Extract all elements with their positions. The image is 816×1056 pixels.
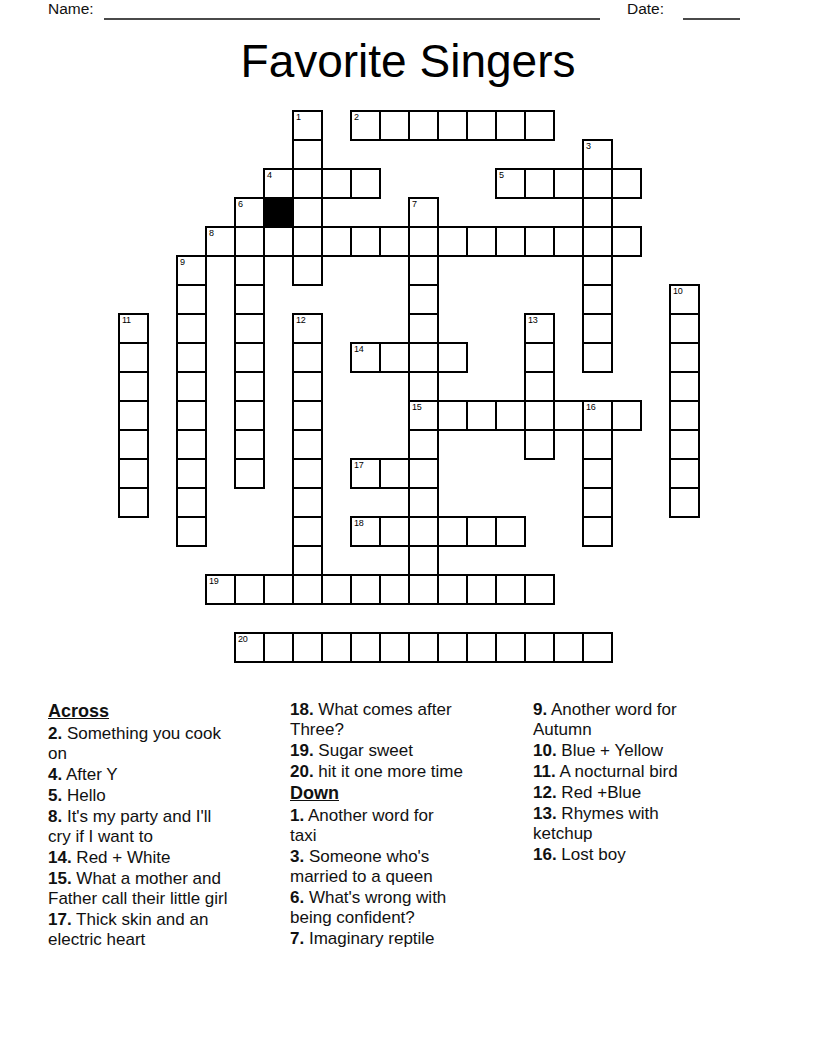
grid-cell[interactable] [118,429,149,460]
grid-cell[interactable] [495,400,526,431]
grid-cell[interactable] [292,371,323,402]
grid-cell[interactable] [669,429,700,460]
grid-cell[interactable] [466,226,497,257]
clue-number: 16 [586,403,595,412]
clue-19: 19. Sugar sweet [290,741,530,761]
grid-cell[interactable] [524,400,555,431]
grid-cell[interactable]: 17 [350,458,381,489]
clue-number: 14 [354,345,363,354]
clue-number: 20 [238,635,247,644]
grid-cell[interactable] [350,574,381,605]
clue-5: 5. Hello [48,786,288,806]
clue-number: 2 [354,113,359,122]
clue-number-label: 9. [533,700,547,719]
grid-cell[interactable] [234,342,265,373]
grid-cell[interactable] [292,574,323,605]
clue-number-label: 13. [533,804,557,823]
grid-cell[interactable] [263,632,294,663]
grid-cell[interactable] [379,342,410,373]
grid-cell[interactable] [437,574,468,605]
grid-cell[interactable] [408,458,439,489]
grid-cell[interactable] [321,632,352,663]
grid-cell[interactable] [524,226,555,257]
grid-cell[interactable] [466,574,497,605]
grid-cell[interactable] [495,516,526,547]
grid-cell[interactable]: 8 [205,226,236,257]
grid-cell[interactable] [234,255,265,286]
across-heading: Across [48,701,288,722]
clue-number-label: 16. [533,845,557,864]
name-write-line[interactable] [104,18,600,20]
clue-number-label: 12. [533,783,557,802]
grid-cell[interactable] [408,632,439,663]
grid-cell[interactable] [234,458,265,489]
grid-cell[interactable] [437,400,468,431]
grid-cell[interactable] [234,574,265,605]
grid-cell[interactable]: 19 [205,574,236,605]
grid-cell[interactable] [234,284,265,315]
grid-cell[interactable]: 14 [350,342,381,373]
grid-cell[interactable] [176,516,207,547]
grid-cell[interactable] [408,342,439,373]
grid-cell[interactable] [292,197,323,228]
clue-number: 4 [267,171,272,180]
grid-cell[interactable] [292,487,323,518]
grid-cell[interactable] [292,632,323,663]
clue-number-label: 10. [533,741,557,760]
clue-number-label: 2. [48,724,62,743]
clue-number-label: 18. [290,700,314,719]
clue-number: 7 [412,200,417,209]
grid-cell[interactable] [263,226,294,257]
grid-cell[interactable] [524,429,555,460]
clue-number: 17 [354,461,363,470]
grid-cell[interactable] [582,197,613,228]
grid-cell[interactable] [669,371,700,402]
clue-number: 5 [499,171,504,180]
grid-cell[interactable] [466,110,497,141]
grid-cell[interactable]: 13 [524,313,555,344]
grid-cell[interactable] [176,342,207,373]
clue-number: 8 [209,229,214,238]
grid-cell[interactable] [321,168,352,199]
grid-cell[interactable] [176,313,207,344]
grid-cell[interactable] [176,429,207,460]
grid-cell[interactable]: 11 [118,313,149,344]
grid-cell[interactable] [582,255,613,286]
grid-cell[interactable] [582,313,613,344]
grid-cell[interactable] [292,139,323,170]
grid-cell[interactable] [379,458,410,489]
grid-cell[interactable] [176,458,207,489]
grid-cell[interactable] [321,226,352,257]
grid-cell[interactable] [379,574,410,605]
grid-cell[interactable]: 15 [408,400,439,431]
grid-cell[interactable] [524,632,555,663]
grid-cell[interactable] [234,400,265,431]
clue-number-label: 7. [290,929,304,948]
grid-cell[interactable]: 5 [495,168,526,199]
grid-cell[interactable] [553,632,584,663]
grid-cell[interactable] [408,574,439,605]
grid-cell[interactable] [582,342,613,373]
grid-cell[interactable] [582,458,613,489]
grid-cell[interactable] [582,487,613,518]
grid-cell[interactable] [495,574,526,605]
grid-cell[interactable] [669,342,700,373]
grid-cell[interactable] [408,516,439,547]
grid-cell[interactable] [437,632,468,663]
clue-number: 19 [209,577,218,586]
grid-cell[interactable]: 7 [408,197,439,228]
grid-cell[interactable] [669,400,700,431]
grid-cell[interactable] [437,226,468,257]
clue-number: 9 [180,258,185,267]
grid-cell[interactable] [379,632,410,663]
clue-12: 12. Red +Blue [533,783,773,803]
clue-number: 11 [122,316,131,325]
clue-number-label: 17. [48,910,72,929]
clue-number-label: 14. [48,848,72,867]
grid-cell[interactable] [350,168,381,199]
grid-cell[interactable] [292,516,323,547]
grid-cell[interactable] [553,400,584,431]
grid-cell[interactable] [118,371,149,402]
grid-cell[interactable] [408,110,439,141]
clue-1: 1. Another word fortaxi [290,806,530,846]
grid-cell[interactable] [466,400,497,431]
grid-cell[interactable] [176,284,207,315]
grid-cell[interactable] [524,110,555,141]
grid-cell[interactable]: 3 [582,139,613,170]
clue-number: 15 [412,403,421,412]
date-label: Date: [627,0,664,18]
clue-11: 11. A nocturnal bird [533,762,773,782]
grid-cell[interactable] [234,371,265,402]
clue-column-1: Across2. Something you cookon4. After Y5… [48,700,288,951]
page-title: Favorite Singers [0,34,816,88]
clue-number: 10 [673,287,682,296]
grid-cell[interactable] [437,342,468,373]
clue-2: 2. Something you cookon [48,724,288,764]
date-write-line[interactable] [683,18,740,20]
grid-cell[interactable] [379,226,410,257]
clue-4: 4. After Y [48,765,288,785]
clue-9: 9. Another word forAutumn [533,700,773,740]
grid-cell[interactable] [611,168,642,199]
clue-number: 13 [528,316,537,325]
clue-15: 15. What a mother andFather call their l… [48,869,288,909]
clue-number: 12 [296,316,305,325]
grid-cell[interactable] [669,313,700,344]
clue-7: 7. Imaginary reptile [290,929,530,949]
clue-3: 3. Someone who'smarried to a queen [290,847,530,887]
clue-column-3: 9. Another word forAutumn10. Blue + Yell… [533,700,773,866]
grid-cell[interactable] [292,458,323,489]
grid-cell[interactable]: 16 [582,400,613,431]
grid-cell[interactable] [437,516,468,547]
grid-cell[interactable] [582,632,613,663]
grid-cell[interactable] [176,400,207,431]
grid-cell[interactable] [234,429,265,460]
grid-cell[interactable] [408,313,439,344]
worksheet-page: Name: Date: Favorite Singers 12345678910… [0,0,816,1056]
clue-13: 13. Rhymes withketchup [533,804,773,844]
grid-cell[interactable] [234,313,265,344]
clue-number-label: 4. [48,765,62,784]
grid-cell[interactable] [437,110,468,141]
clue-number: 18 [354,519,363,528]
grid-cell[interactable] [495,226,526,257]
grid-cell[interactable] [582,226,613,257]
grid-cell[interactable] [350,226,381,257]
grid-cell[interactable] [118,487,149,518]
clue-6: 6. What's wrong withbeing confident? [290,888,530,928]
grid-cell[interactable] [582,516,613,547]
grid-cell[interactable] [524,342,555,373]
clue-number: 3 [586,142,591,151]
grid-cell[interactable] [553,168,584,199]
grid-cell[interactable]: 12 [292,313,323,344]
grid-cell[interactable] [292,226,323,257]
grid-cell[interactable] [292,545,323,576]
grid-cell[interactable] [379,516,410,547]
grid-cell[interactable]: 4 [263,168,294,199]
clue-number-label: 3. [290,847,304,866]
grid-cell[interactable] [408,545,439,576]
grid-cell[interactable] [408,487,439,518]
grid-cell[interactable] [553,226,584,257]
grid-cell[interactable] [263,574,294,605]
grid-cell[interactable] [524,371,555,402]
clue-number-label: 5. [48,786,62,805]
grid-cell[interactable] [234,226,265,257]
grid-cell[interactable] [321,574,352,605]
clue-number-label: 11. [533,762,556,781]
clue-number: 1 [296,113,301,122]
grid-cell[interactable] [292,429,323,460]
grid-cell[interactable] [582,284,613,315]
grid-cell[interactable] [118,458,149,489]
clue-number-label: 15. [48,869,72,888]
black-cell [263,197,294,228]
clue-8: 8. It's my party and I'llcry if I want t… [48,807,288,847]
grid-cell[interactable] [379,110,410,141]
grid-cell[interactable] [118,400,149,431]
clue-10: 10. Blue + Yellow [533,741,773,761]
grid-cell[interactable] [176,487,207,518]
grid-cell[interactable] [611,226,642,257]
clue-20: 20. hit it one more time [290,762,530,782]
clue-number-label: 1. [290,806,304,825]
clue-number-label: 6. [290,888,304,907]
clue-16: 16. Lost boy [533,845,773,865]
grid-cell[interactable]: 10 [669,284,700,315]
clue-14: 14. Red + White [48,848,288,868]
grid-cell[interactable] [292,255,323,286]
clue-18: 18. What comes afterThree? [290,700,530,740]
clue-number: 6 [238,200,243,209]
grid-cell[interactable] [611,400,642,431]
clue-number-label: 8. [48,807,62,826]
grid-cell[interactable] [292,342,323,373]
grid-cell[interactable] [408,371,439,402]
grid-cell[interactable] [524,168,555,199]
grid-cell[interactable] [350,632,381,663]
grid-cell[interactable] [669,458,700,489]
grid-cell[interactable] [582,429,613,460]
grid-cell[interactable] [292,168,323,199]
grid-cell[interactable]: 2 [350,110,381,141]
grid-cell[interactable]: 1 [292,110,323,141]
clue-17: 17. Thick skin and anelectric heart [48,910,288,950]
crossword-grid: 1234567891011121314151617181920 [118,110,700,663]
clue-number-label: 19. [290,741,314,760]
grid-cell[interactable]: 9 [176,255,207,286]
grid-cell[interactable] [495,110,526,141]
grid-cell[interactable] [292,400,323,431]
grid-cell[interactable]: 18 [350,516,381,547]
grid-cell[interactable] [495,632,526,663]
grid-cell[interactable] [524,574,555,605]
grid-cell[interactable] [408,284,439,315]
grid-cell[interactable]: 6 [234,197,265,228]
grid-cell[interactable] [408,255,439,286]
name-label: Name: [48,0,94,18]
grid-cell[interactable]: 20 [234,632,265,663]
grid-cell[interactable] [408,429,439,460]
grid-cell[interactable] [176,371,207,402]
grid-cell[interactable] [408,226,439,257]
down-heading: Down [290,783,530,804]
clue-column-2: 18. What comes afterThree?19. Sugar swee… [290,700,530,950]
grid-cell[interactable] [669,487,700,518]
grid-cell[interactable] [466,632,497,663]
grid-cell[interactable] [582,168,613,199]
grid-cell[interactable] [118,342,149,373]
clue-number-label: 20. [290,762,314,781]
grid-cell[interactable] [466,516,497,547]
